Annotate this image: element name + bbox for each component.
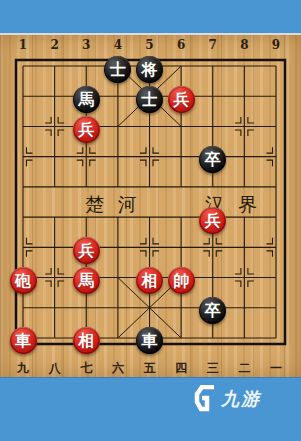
file-label-top: 2 — [43, 38, 67, 52]
file-label-bottom: 九 — [11, 361, 35, 375]
file-label-bottom: 八 — [43, 361, 67, 375]
file-label-bottom: 四 — [169, 361, 193, 375]
file-label-bottom: 二 — [232, 361, 256, 375]
piece-black-advisor[interactable]: 士 — [136, 86, 163, 113]
piece-black-horse[interactable]: 馬 — [73, 86, 100, 113]
file-label-bottom: 五 — [138, 361, 162, 375]
file-label-bottom: 一 — [264, 361, 288, 375]
piece-red-general[interactable]: 帥 — [168, 267, 195, 294]
piece-red-elephant[interactable]: 相 — [136, 267, 163, 294]
file-label-top: 3 — [74, 38, 98, 52]
piece-black-advisor[interactable]: 士 — [104, 56, 131, 83]
file-label-top: 8 — [232, 38, 256, 52]
piece-red-soldier[interactable]: 兵 — [73, 237, 100, 264]
file-label-bottom: 三 — [201, 361, 225, 375]
jiuyou-logo-icon — [192, 385, 216, 413]
piece-red-chariot[interactable]: 車 — [10, 327, 37, 354]
jiuyou-logo: 九游 — [192, 385, 261, 413]
file-label-bottom: 七 — [74, 361, 98, 375]
piece-red-cannon[interactable]: 砲 — [10, 267, 37, 294]
file-label-top: 6 — [169, 38, 193, 52]
file-label-top: 4 — [106, 38, 130, 52]
piece-red-soldier[interactable]: 兵 — [199, 207, 226, 234]
jiuyou-logo-text: 九游 — [221, 387, 261, 411]
file-label-top: 9 — [264, 38, 288, 52]
file-label-top: 7 — [201, 38, 225, 52]
river-label-chu-he: 楚河 — [85, 192, 151, 218]
piece-red-soldier[interactable]: 兵 — [73, 116, 100, 143]
piece-black-general[interactable]: 将 — [136, 56, 163, 83]
file-label-top: 5 — [138, 38, 162, 52]
piece-red-horse[interactable]: 馬 — [73, 267, 100, 294]
xiangqi-app-screen: 123456789九八七六五四三二一 楚河 汉界 士将馬士兵兵卒兵兵砲馬相帥卒車… — [0, 0, 301, 441]
file-label-bottom: 六 — [106, 361, 130, 375]
piece-red-soldier[interactable]: 兵 — [168, 86, 195, 113]
file-label-top: 1 — [11, 38, 35, 52]
